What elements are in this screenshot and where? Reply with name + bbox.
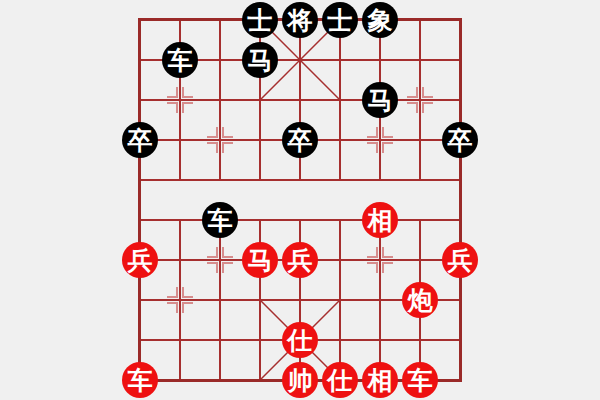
piece-red-advisor[interactable]: 仕 <box>282 322 318 358</box>
piece-black-soldier[interactable]: 卒 <box>122 122 158 158</box>
piece-red-soldier[interactable]: 兵 <box>282 242 318 278</box>
xiangqi-screenshot: 士将士象车马马卒卒卒车相兵马兵兵炮仕车帅仕相车 <box>0 0 600 400</box>
piece-black-chariot[interactable]: 车 <box>202 202 238 238</box>
pieces-layer: 士将士象车马马卒卒卒车相兵马兵兵炮仕车帅仕相车 <box>140 20 460 380</box>
piece-black-soldier[interactable]: 卒 <box>442 122 478 158</box>
piece-black-horse[interactable]: 马 <box>362 82 398 118</box>
piece-black-general[interactable]: 将 <box>282 2 318 38</box>
piece-black-advisor[interactable]: 士 <box>242 2 278 38</box>
piece-red-chariot[interactable]: 车 <box>122 362 158 398</box>
piece-black-soldier[interactable]: 卒 <box>282 122 318 158</box>
piece-red-elephant[interactable]: 相 <box>362 202 398 238</box>
piece-red-chariot[interactable]: 车 <box>402 362 438 398</box>
piece-black-horse[interactable]: 马 <box>242 42 278 78</box>
piece-red-elephant[interactable]: 相 <box>362 362 398 398</box>
piece-black-advisor[interactable]: 士 <box>322 2 358 38</box>
piece-red-horse[interactable]: 马 <box>242 242 278 278</box>
piece-black-elephant[interactable]: 象 <box>362 2 398 38</box>
piece-red-cannon[interactable]: 炮 <box>402 282 438 318</box>
piece-red-advisor[interactable]: 仕 <box>322 362 358 398</box>
piece-black-chariot[interactable]: 车 <box>162 42 198 78</box>
piece-red-general[interactable]: 帅 <box>282 362 318 398</box>
piece-red-soldier[interactable]: 兵 <box>442 242 478 278</box>
piece-red-soldier[interactable]: 兵 <box>122 242 158 278</box>
xiangqi-board: 士将士象车马马卒卒卒车相兵马兵兵炮仕车帅仕相车 <box>140 20 460 380</box>
